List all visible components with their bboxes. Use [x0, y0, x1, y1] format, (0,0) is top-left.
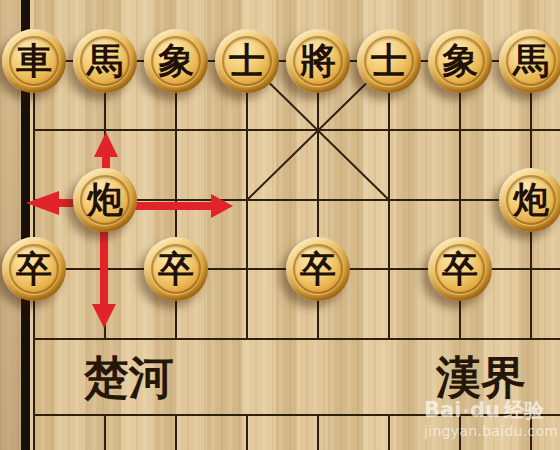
piece-black-chariot[interactable]: 車 — [2, 29, 66, 93]
piece-black-elephant[interactable]: 象 — [428, 29, 492, 93]
piece-glyph: 卒 — [286, 236, 350, 300]
piece-glyph: 將 — [286, 28, 350, 92]
piece-black-advisor[interactable]: 士 — [215, 29, 279, 93]
piece-glyph: 士 — [357, 28, 421, 92]
piece-black-cannon[interactable]: 炮 — [499, 168, 560, 232]
piece-black-pawn[interactable]: 卒 — [2, 237, 66, 301]
piece-black-advisor[interactable]: 士 — [357, 29, 421, 93]
piece-black-elephant[interactable]: 象 — [144, 29, 208, 93]
piece-glyph: 象 — [428, 28, 492, 92]
piece-black-horse[interactable]: 馬 — [73, 29, 137, 93]
piece-glyph: 車 — [2, 28, 66, 92]
piece-glyph: 馬 — [73, 28, 137, 92]
piece-black-horse[interactable]: 馬 — [499, 29, 560, 93]
piece-glyph: 卒 — [428, 236, 492, 300]
piece-glyph: 卒 — [144, 236, 208, 300]
piece-glyph: 馬 — [499, 28, 560, 92]
piece-black-cannon[interactable]: 炮 — [73, 168, 137, 232]
piece-glyph: 象 — [144, 28, 208, 92]
xiangqi-board[interactable]: 楚河 漢界 車馬象士將士象馬炮炮卒卒卒卒 Bai du 经验 jingyan.b… — [0, 0, 560, 450]
piece-black-pawn[interactable]: 卒 — [286, 237, 350, 301]
piece-glyph: 炮 — [499, 167, 560, 231]
piece-black-pawn[interactable]: 卒 — [428, 237, 492, 301]
piece-glyph: 卒 — [2, 236, 66, 300]
piece-black-general[interactable]: 將 — [286, 29, 350, 93]
piece-black-pawn[interactable]: 卒 — [144, 237, 208, 301]
piece-glyph: 士 — [215, 28, 279, 92]
pieces-layer: 車馬象士將士象馬炮炮卒卒卒卒 — [0, 0, 560, 450]
piece-glyph: 炮 — [73, 167, 137, 231]
